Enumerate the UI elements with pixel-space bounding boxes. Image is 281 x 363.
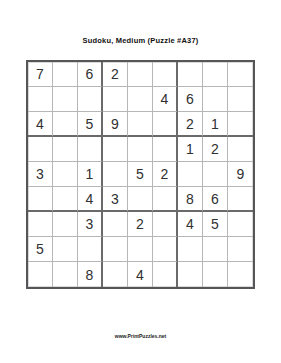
cell-r4c8: 2 — [203, 137, 228, 162]
cell-r1c1: 7 — [28, 62, 53, 87]
cell-r3c5 — [128, 112, 153, 137]
cell-r6c1 — [28, 187, 53, 212]
cell-r8c5 — [128, 237, 153, 262]
sudoku-grid: 7624645921123152943863245584 — [26, 60, 255, 289]
cell-r1c2 — [53, 62, 78, 87]
footer-url: www.PrintPuzzles.net — [0, 333, 281, 339]
cell-r3c8: 1 — [203, 112, 228, 137]
page-title: Sudoku, Medium (Puzzle #A37) — [0, 36, 281, 45]
cell-r3c7: 2 — [178, 112, 203, 137]
cell-r8c3 — [78, 237, 103, 262]
cell-r2c3 — [78, 87, 103, 112]
cell-r8c9 — [228, 237, 253, 262]
cell-r9c6 — [153, 262, 178, 287]
cell-r4c7: 1 — [178, 137, 203, 162]
cell-r6c9 — [228, 187, 253, 212]
cell-r9c9 — [228, 262, 253, 287]
cell-r8c4 — [103, 237, 128, 262]
cell-r8c7 — [178, 237, 203, 262]
cell-r2c5 — [128, 87, 153, 112]
cell-r5c2 — [53, 162, 78, 187]
cell-r9c7 — [178, 262, 203, 287]
cell-r4c3 — [78, 137, 103, 162]
cell-r7c3: 3 — [78, 212, 103, 237]
cell-r6c4: 3 — [103, 187, 128, 212]
cell-r8c2 — [53, 237, 78, 262]
cell-r9c1 — [28, 262, 53, 287]
cell-r6c3: 4 — [78, 187, 103, 212]
cell-r5c9: 9 — [228, 162, 253, 187]
cell-r8c6 — [153, 237, 178, 262]
cell-r3c9 — [228, 112, 253, 137]
cell-r4c6 — [153, 137, 178, 162]
cell-r3c1: 4 — [28, 112, 53, 137]
cell-r1c5 — [128, 62, 153, 87]
cell-r9c4 — [103, 262, 128, 287]
cell-r7c5: 2 — [128, 212, 153, 237]
cell-r2c9 — [228, 87, 253, 112]
cell-r7c2 — [53, 212, 78, 237]
cell-r2c7: 6 — [178, 87, 203, 112]
cell-r3c6 — [153, 112, 178, 137]
cell-r6c5 — [128, 187, 153, 212]
cell-r7c4 — [103, 212, 128, 237]
cell-r5c4 — [103, 162, 128, 187]
cell-r9c5: 4 — [128, 262, 153, 287]
cell-r5c7 — [178, 162, 203, 187]
cell-r5c5: 5 — [128, 162, 153, 187]
cell-r8c1: 5 — [28, 237, 53, 262]
cell-r5c1: 3 — [28, 162, 53, 187]
cell-r9c2 — [53, 262, 78, 287]
cell-r1c3: 6 — [78, 62, 103, 87]
cell-r3c2 — [53, 112, 78, 137]
cell-r5c6: 2 — [153, 162, 178, 187]
cell-r7c7: 4 — [178, 212, 203, 237]
cell-r4c4 — [103, 137, 128, 162]
cell-r1c6 — [153, 62, 178, 87]
cell-r9c8 — [203, 262, 228, 287]
cell-r1c8 — [203, 62, 228, 87]
cell-r7c8: 5 — [203, 212, 228, 237]
cell-r2c2 — [53, 87, 78, 112]
cell-r7c9 — [228, 212, 253, 237]
cell-r1c9 — [228, 62, 253, 87]
cell-r2c6: 4 — [153, 87, 178, 112]
cell-r6c7: 8 — [178, 187, 203, 212]
cell-r4c9 — [228, 137, 253, 162]
cell-r2c1 — [28, 87, 53, 112]
cell-r6c8: 6 — [203, 187, 228, 212]
cell-r7c1 — [28, 212, 53, 237]
cell-r9c3: 8 — [78, 262, 103, 287]
cell-r1c4: 2 — [103, 62, 128, 87]
cell-r6c2 — [53, 187, 78, 212]
cell-r4c5 — [128, 137, 153, 162]
cell-r4c2 — [53, 137, 78, 162]
cell-r2c8 — [203, 87, 228, 112]
printable-sudoku-page: { "game": "sudoku", "title": "Sudoku, Me… — [0, 0, 281, 363]
cell-r5c8 — [203, 162, 228, 187]
cell-r8c8 — [203, 237, 228, 262]
cell-r2c4 — [103, 87, 128, 112]
cell-r3c4: 9 — [103, 112, 128, 137]
cell-r6c6 — [153, 187, 178, 212]
cell-r1c7 — [178, 62, 203, 87]
cell-r5c3: 1 — [78, 162, 103, 187]
cell-r3c3: 5 — [78, 112, 103, 137]
cell-r7c6 — [153, 212, 178, 237]
cell-r4c1 — [28, 137, 53, 162]
